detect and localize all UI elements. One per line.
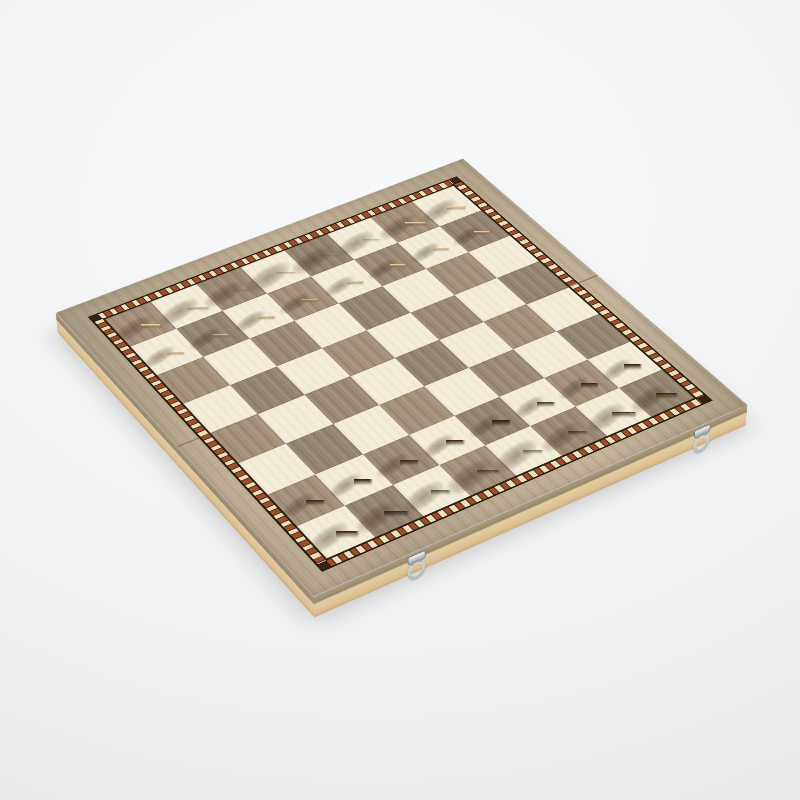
product-photo-scene: ♜♞♝♚♛♝♞♜♟♟♟♟♟♟♟♟♟♟♟♟♟♟♟♟♜♞♝♚♛♝♞♜ xyxy=(0,0,800,800)
